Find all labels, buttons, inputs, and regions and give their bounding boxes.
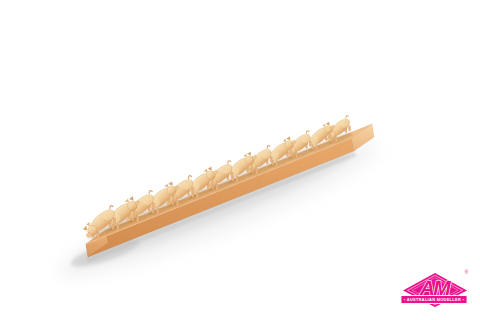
product-photo: AM • AUSTRALIAN MODELLER • ® <box>0 0 480 320</box>
logo-registered-mark: ® <box>465 269 469 275</box>
brand-logo: AM • AUSTRALIAN MODELLER • ® <box>398 266 470 312</box>
logo-banner-text: • AUSTRALIAN MODELLER • <box>404 297 465 302</box>
